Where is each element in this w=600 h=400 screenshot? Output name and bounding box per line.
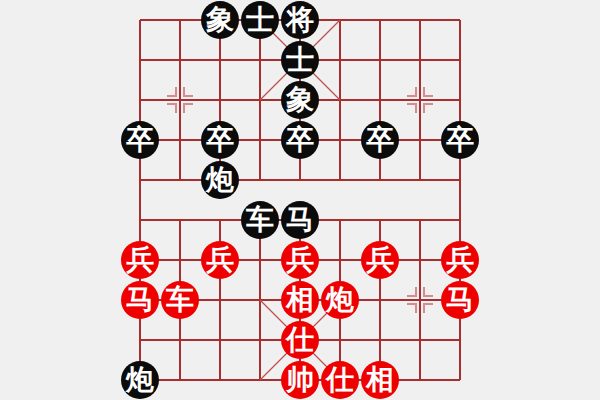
xiangqi-app-screen: 象士将士象卒卒卒卒卒炮车马炮兵兵兵兵兵马车相炮马仕帅仕相 (0, 0, 600, 400)
piece-red-elephant[interactable]: 相 (361, 361, 399, 399)
piece-black-pawn[interactable]: 卒 (361, 121, 399, 159)
piece-black-cannon[interactable]: 炮 (201, 161, 239, 199)
piece-black-pawn[interactable]: 卒 (121, 121, 159, 159)
piece-black-pawn[interactable]: 卒 (281, 121, 319, 159)
piece-red-chariot[interactable]: 车 (161, 281, 199, 319)
piece-black-elephant[interactable]: 象 (281, 81, 319, 119)
piece-red-horse[interactable]: 马 (441, 281, 479, 319)
piece-black-pawn[interactable]: 卒 (441, 121, 479, 159)
piece-black-pawn[interactable]: 卒 (201, 121, 239, 159)
xiangqi-board[interactable]: 象士将士象卒卒卒卒卒炮车马炮兵兵兵兵兵马车相炮马仕帅仕相 (120, 0, 480, 400)
piece-red-advisor[interactable]: 仕 (321, 361, 359, 399)
piece-red-pawn[interactable]: 兵 (281, 241, 319, 279)
piece-black-elephant[interactable]: 象 (201, 1, 239, 39)
piece-red-advisor[interactable]: 仕 (281, 321, 319, 359)
piece-black-advisor[interactable]: 士 (241, 1, 279, 39)
piece-black-general[interactable]: 将 (281, 1, 319, 39)
piece-red-pawn[interactable]: 兵 (121, 241, 159, 279)
piece-black-cannon[interactable]: 炮 (121, 361, 159, 399)
piece-black-horse[interactable]: 马 (281, 201, 319, 239)
piece-red-horse[interactable]: 马 (121, 281, 159, 319)
piece-red-cannon[interactable]: 炮 (321, 281, 359, 319)
piece-red-elephant[interactable]: 相 (281, 281, 319, 319)
piece-red-pawn[interactable]: 兵 (201, 241, 239, 279)
piece-black-chariot[interactable]: 车 (241, 201, 279, 239)
piece-red-pawn[interactable]: 兵 (441, 241, 479, 279)
piece-red-pawn[interactable]: 兵 (361, 241, 399, 279)
piece-red-general[interactable]: 帅 (281, 361, 319, 399)
piece-black-advisor[interactable]: 士 (281, 41, 319, 79)
